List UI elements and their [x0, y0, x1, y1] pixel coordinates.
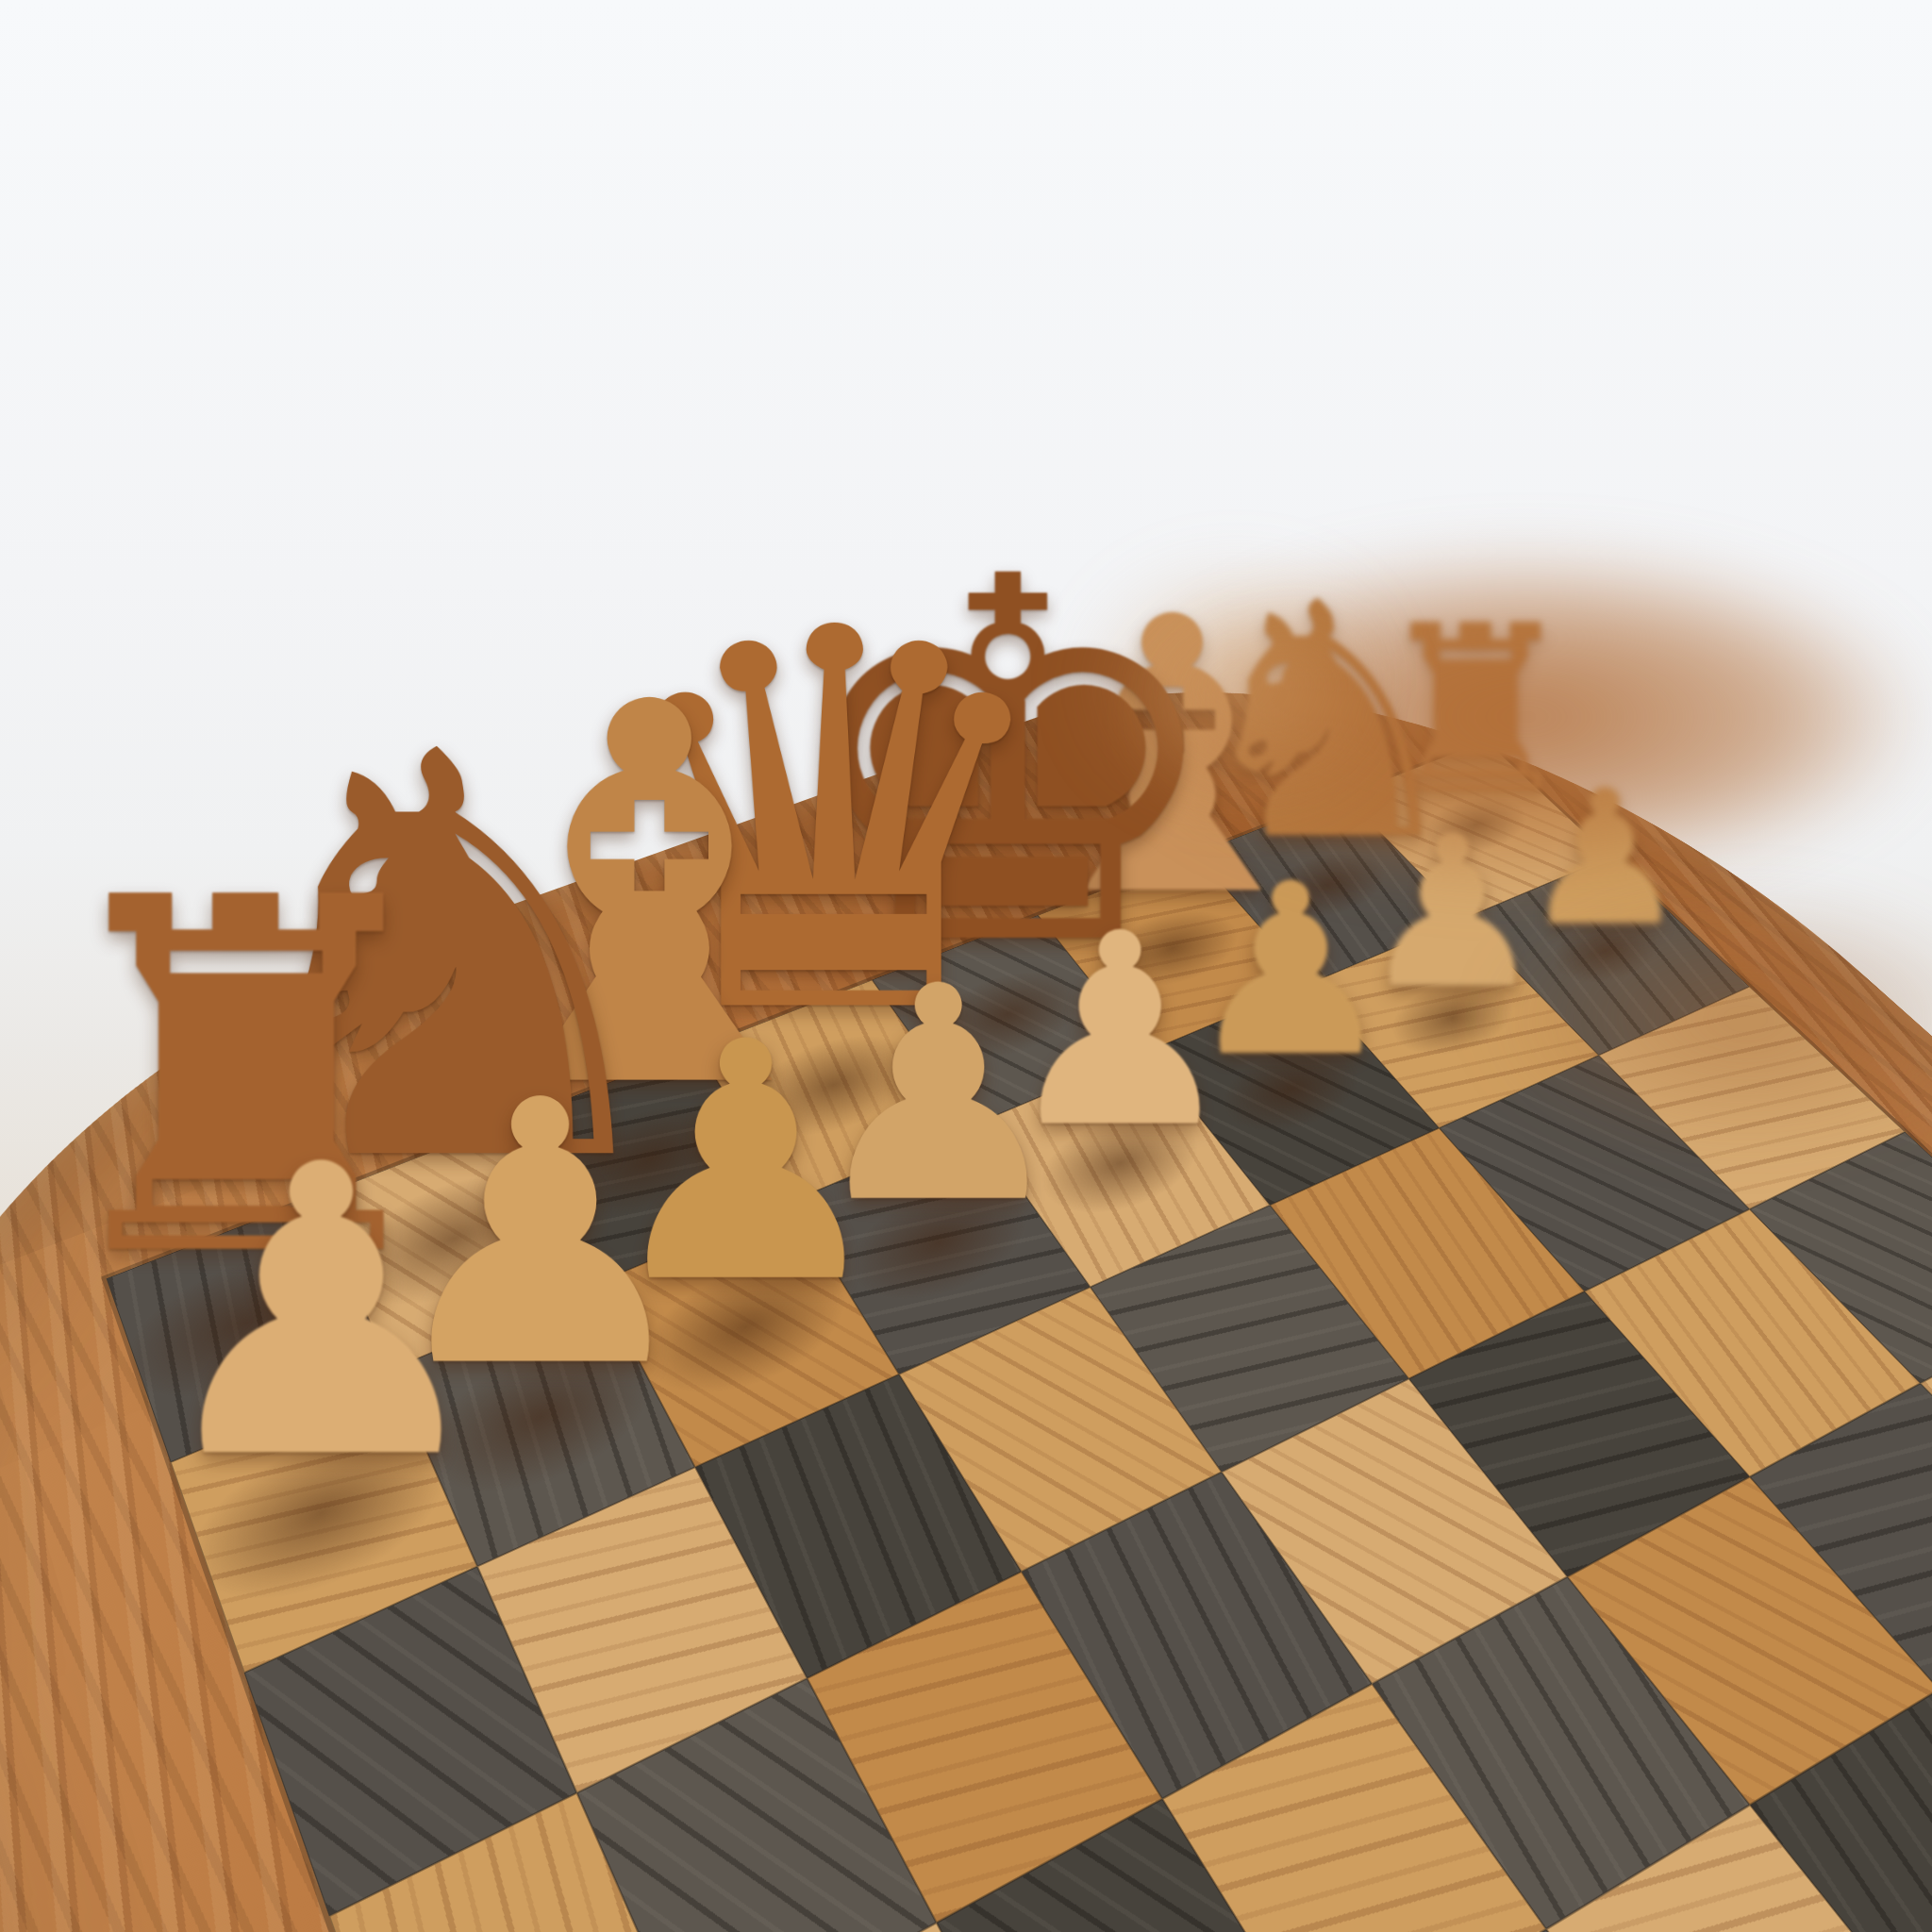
square[interactable] [1372, 1576, 1750, 1928]
square[interactable] [1162, 1684, 1546, 1932]
square[interactable] [577, 1678, 937, 1932]
square[interactable] [937, 1799, 1326, 1932]
scene: ♜♟♞♟♝♟♛♟♚♟♝♟♞♟♜♟ [0, 0, 1932, 1932]
square[interactable] [1750, 1690, 1932, 1932]
square[interactable] [692, 1923, 1088, 1932]
square[interactable] [1546, 1805, 1932, 1932]
square[interactable] [329, 1793, 692, 1932]
square[interactable] [807, 1572, 1162, 1923]
